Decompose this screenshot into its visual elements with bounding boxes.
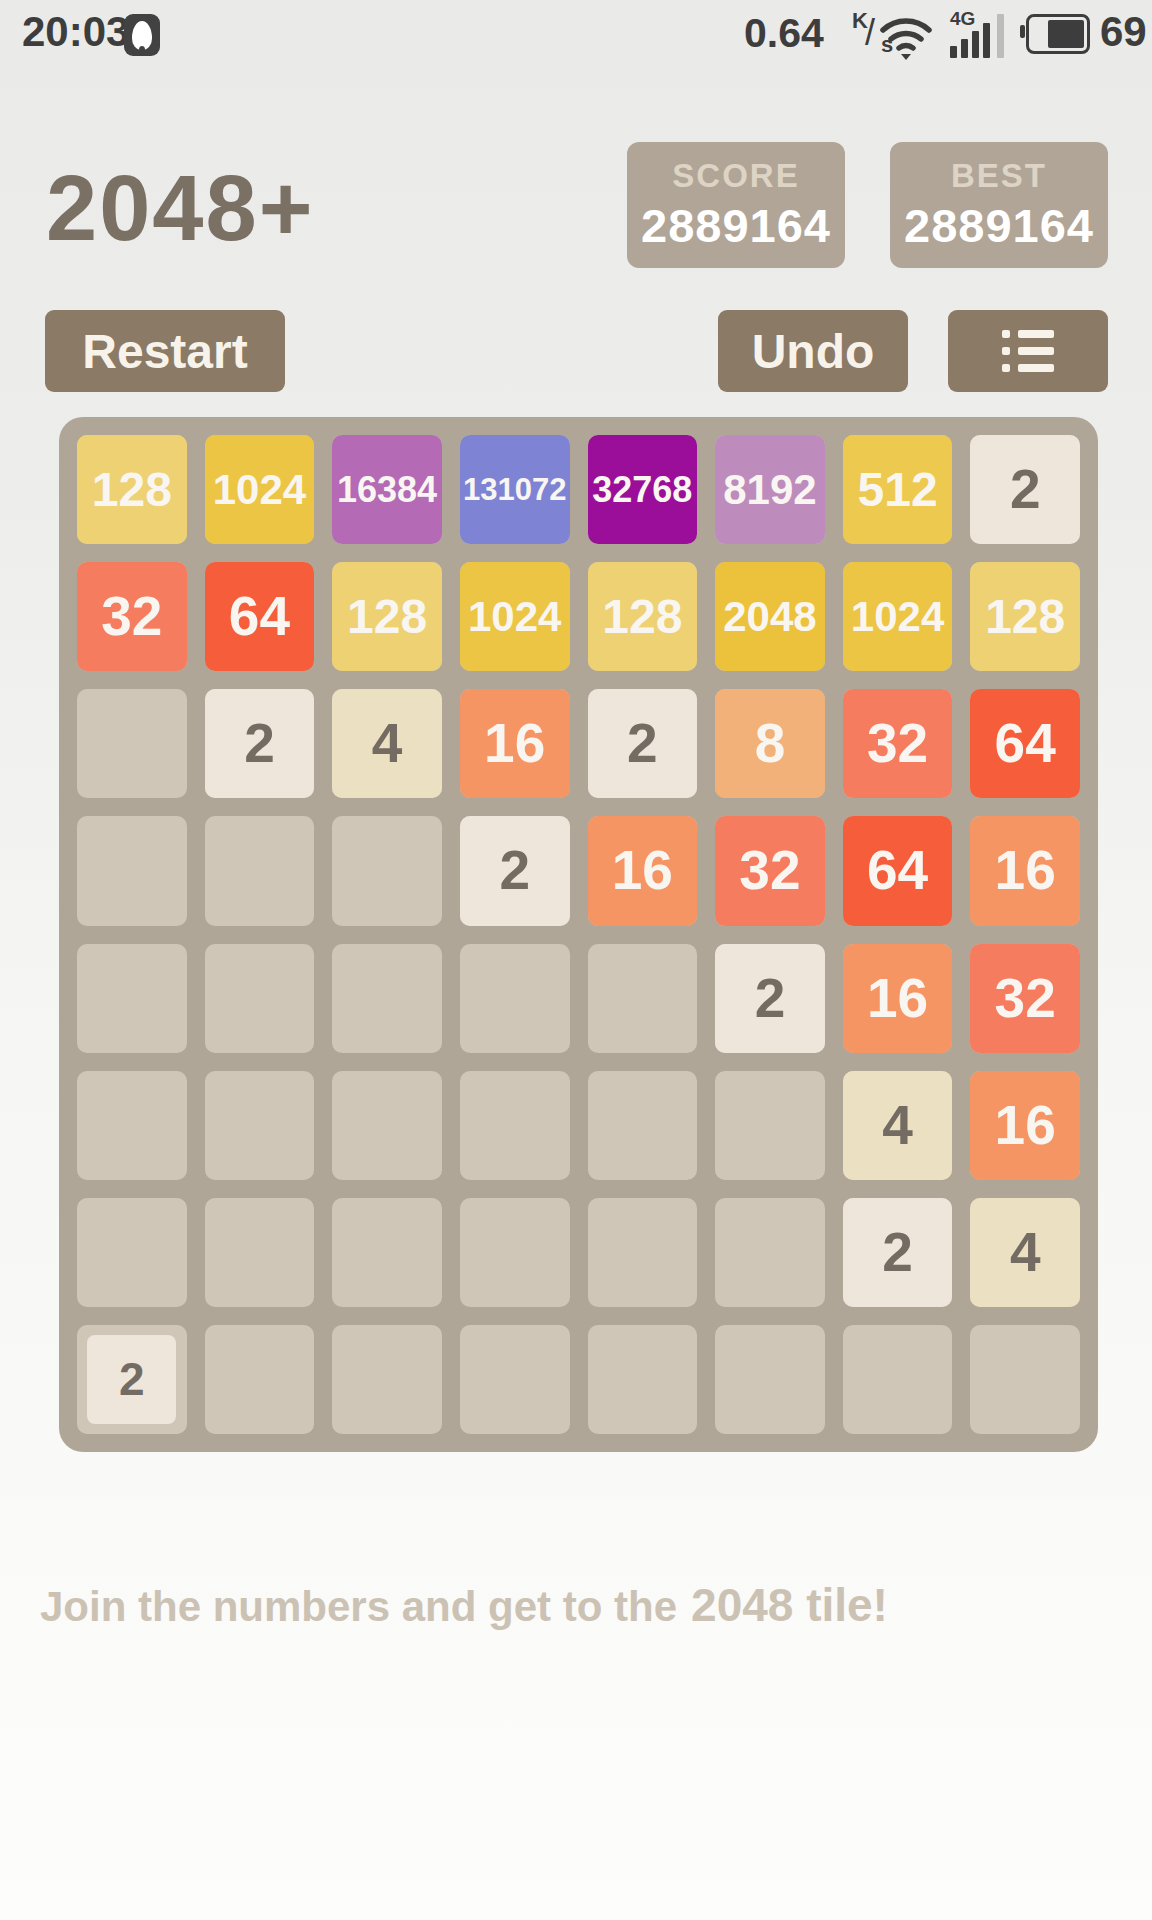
- tile-32: 32: [715, 816, 825, 925]
- board-cell: [332, 1325, 442, 1434]
- penguin-glyph: [132, 21, 152, 50]
- board-cell: 32: [843, 689, 953, 798]
- board-cell: [715, 1071, 825, 1180]
- board-cell: 2: [77, 1325, 187, 1434]
- tile-64: 64: [205, 562, 315, 671]
- board-cell: 32: [77, 562, 187, 671]
- wifi-icon: [878, 12, 934, 60]
- tile-32: 32: [843, 689, 953, 798]
- board-cell: [332, 1198, 442, 1307]
- board-cell: 2: [460, 816, 570, 925]
- board-cell: 64: [843, 816, 953, 925]
- signal-type-label: 4G: [950, 8, 975, 30]
- board-cell: [460, 1325, 570, 1434]
- best-box: BEST 2889164: [890, 142, 1108, 268]
- tile-4: 4: [843, 1071, 953, 1180]
- page-title: 2048+: [46, 156, 314, 261]
- tile-64: 64: [970, 689, 1080, 798]
- board-cell: 2048: [715, 562, 825, 671]
- instructions-text: Join the numbers and get to the2048 tile…: [40, 1578, 888, 1632]
- board-cell: [332, 944, 442, 1053]
- tile-2048: 2048: [715, 562, 825, 671]
- board-cell: 16: [588, 816, 698, 925]
- tile-64: 64: [843, 816, 953, 925]
- board-cell: 32: [715, 816, 825, 925]
- game-board[interactable]: 1281024163841310723276881925122326412810…: [59, 417, 1098, 1452]
- instructions-normal: Join the numbers and get to the: [40, 1583, 677, 1630]
- board-cell: [77, 1071, 187, 1180]
- board-cell: 1024: [460, 562, 570, 671]
- board-cell: 16384: [332, 435, 442, 544]
- board-cell: [77, 1198, 187, 1307]
- board-cell: 16: [460, 689, 570, 798]
- board-cell: 1024: [843, 562, 953, 671]
- board-cell: [460, 944, 570, 1053]
- tile-131072: 131072: [460, 435, 570, 544]
- tile-2: 2: [970, 435, 1080, 544]
- board-cell: 512: [843, 435, 953, 544]
- board-cell: [77, 816, 187, 925]
- board-cell: 4: [843, 1071, 953, 1180]
- board-cell: 2: [205, 689, 315, 798]
- menu-button[interactable]: [948, 310, 1108, 392]
- board-cell: [715, 1198, 825, 1307]
- board-cell: 131072: [460, 435, 570, 544]
- clock: 20:03: [22, 8, 129, 56]
- board-cell: 2: [970, 435, 1080, 544]
- tile-2: 2: [843, 1198, 953, 1307]
- board-cell: [205, 1198, 315, 1307]
- tile-512: 512: [843, 435, 953, 544]
- board-cell: [460, 1071, 570, 1180]
- tile-32: 32: [970, 944, 1080, 1053]
- tile-2: 2: [205, 689, 315, 798]
- list-menu-icon: [1002, 330, 1054, 372]
- tile-4: 4: [332, 689, 442, 798]
- tile-32: 32: [77, 562, 187, 671]
- notification-icon: [124, 14, 160, 56]
- board-cell: 4: [332, 689, 442, 798]
- tile-8192: 8192: [715, 435, 825, 544]
- battery-icon: [1026, 14, 1090, 54]
- board-cell: 128: [970, 562, 1080, 671]
- best-label: BEST: [890, 157, 1108, 195]
- network-speed: 0.64: [744, 10, 824, 57]
- board-cell: 2: [715, 944, 825, 1053]
- board-cell: 2: [843, 1198, 953, 1307]
- board-cell: [588, 1325, 698, 1434]
- tile-1024: 1024: [460, 562, 570, 671]
- board-cell: [77, 944, 187, 1053]
- board-cell: [205, 1071, 315, 1180]
- board-cell: 64: [205, 562, 315, 671]
- board-cell: 64: [970, 689, 1080, 798]
- score-box: SCORE 2889164: [627, 142, 845, 268]
- board-cell: 32768: [588, 435, 698, 544]
- board-cell: [205, 944, 315, 1053]
- board-cell: 8: [715, 689, 825, 798]
- tile-128: 128: [77, 435, 187, 544]
- tile-16: 16: [970, 816, 1080, 925]
- board-cell: [77, 689, 187, 798]
- board-cell: [715, 1325, 825, 1434]
- tile-128: 128: [588, 562, 698, 671]
- restart-button[interactable]: Restart: [45, 310, 285, 392]
- board-cell: 128: [588, 562, 698, 671]
- score-label: SCORE: [627, 157, 845, 195]
- board-cell: 128: [77, 435, 187, 544]
- tile-128: 128: [332, 562, 442, 671]
- board-cell: 16: [970, 816, 1080, 925]
- tile-1024: 1024: [843, 562, 953, 671]
- undo-button[interactable]: Undo: [718, 310, 908, 392]
- board-cell: [843, 1325, 953, 1434]
- tile-16: 16: [588, 816, 698, 925]
- board-cell: 8192: [715, 435, 825, 544]
- tile-16: 16: [970, 1071, 1080, 1180]
- tile-2: 2: [715, 944, 825, 1053]
- tile-2: 2: [87, 1335, 176, 1423]
- board-cell: 2: [588, 689, 698, 798]
- status-bar: 20:03 0.64 K / s 4G 69: [0, 0, 1152, 66]
- board-cell: [970, 1325, 1080, 1434]
- tile-2: 2: [460, 816, 570, 925]
- board-cell: [588, 1071, 698, 1180]
- tile-4: 4: [970, 1198, 1080, 1307]
- tile-16: 16: [843, 944, 953, 1053]
- board-cell: [460, 1198, 570, 1307]
- board-cell: [205, 816, 315, 925]
- signal-bars-icon: 4G: [950, 8, 1014, 60]
- tile-2: 2: [588, 689, 698, 798]
- board-cell: 4: [970, 1198, 1080, 1307]
- board-grid: 1281024163841310723276881925122326412810…: [77, 435, 1080, 1434]
- board-cell: [332, 1071, 442, 1180]
- board-cell: 16: [970, 1071, 1080, 1180]
- board-cell: [588, 1198, 698, 1307]
- tile-16384: 16384: [332, 435, 442, 544]
- tile-32768: 32768: [588, 435, 698, 544]
- board-cell: [332, 816, 442, 925]
- tile-16: 16: [460, 689, 570, 798]
- best-value: 2889164: [890, 198, 1108, 253]
- tile-1024: 1024: [205, 435, 315, 544]
- board-cell: 1024: [205, 435, 315, 544]
- instructions-goal: 2048 tile!: [691, 1579, 888, 1631]
- tile-8: 8: [715, 689, 825, 798]
- tile-128: 128: [970, 562, 1080, 671]
- board-cell: 128: [332, 562, 442, 671]
- score-value: 2889164: [627, 198, 845, 253]
- board-cell: 32: [970, 944, 1080, 1053]
- board-cell: [205, 1325, 315, 1434]
- battery-percent: 69: [1100, 8, 1147, 56]
- board-cell: [588, 944, 698, 1053]
- board-cell: 16: [843, 944, 953, 1053]
